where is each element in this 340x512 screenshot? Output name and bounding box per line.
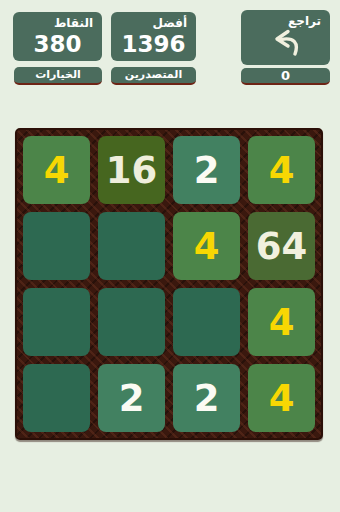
tile-empty <box>98 288 165 356</box>
tile-4: 4 <box>248 288 315 356</box>
tile-16: 16 <box>98 136 165 204</box>
tile-empty <box>98 212 165 280</box>
best-value: 1396 <box>111 31 196 58</box>
tile-empty <box>173 288 240 356</box>
score-box: النقاط 380 <box>13 12 102 61</box>
leaderboard-button[interactable]: المتصدرين <box>111 67 196 85</box>
undo-label: تراجع <box>241 10 330 29</box>
tile-64: 64 <box>248 212 315 280</box>
tile-empty <box>23 212 90 280</box>
score-value: 380 <box>13 31 102 58</box>
best-score-box: أفضل 1396 <box>111 12 196 61</box>
best-label: أفضل <box>111 12 196 31</box>
tile-2: 2 <box>173 136 240 204</box>
tile-2: 2 <box>173 364 240 432</box>
tile-4: 4 <box>248 364 315 432</box>
undo-button[interactable]: تراجع <box>241 10 330 65</box>
tile-4: 4 <box>23 136 90 204</box>
score-label: النقاط <box>13 12 102 31</box>
undo-arrow-icon <box>241 28 330 60</box>
board-grid[interactable]: 416244644224 <box>23 136 315 432</box>
tile-2: 2 <box>98 364 165 432</box>
tile-4: 4 <box>173 212 240 280</box>
game-board[interactable]: 416244644224 <box>15 128 323 440</box>
tile-4: 4 <box>248 136 315 204</box>
tile-empty <box>23 364 90 432</box>
undo-count-badge: 0 <box>241 68 330 85</box>
options-button[interactable]: الخيارات <box>14 67 102 85</box>
tile-empty <box>23 288 90 356</box>
